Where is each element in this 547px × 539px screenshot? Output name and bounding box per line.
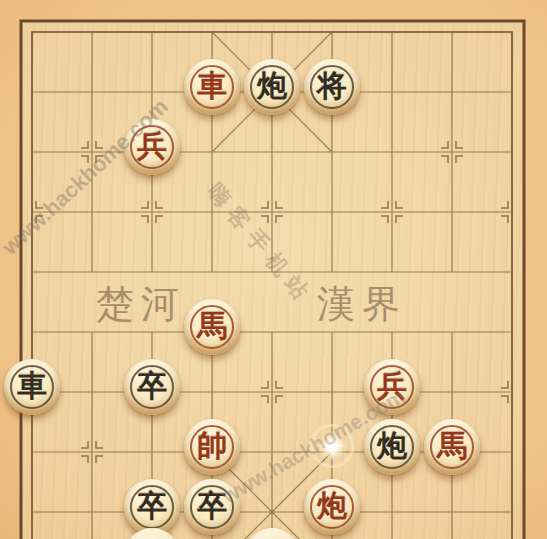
piece-glyph: 卒 xyxy=(137,491,167,523)
piece-glyph: 卒 xyxy=(137,371,167,403)
piece-black-soldier[interactable]: 卒 xyxy=(184,479,240,535)
river-label-left: 楚河 xyxy=(96,282,186,326)
piece-black-chariot[interactable]: 車 xyxy=(4,359,60,415)
piece-red-cannon[interactable]: 炮 xyxy=(304,479,360,535)
piece-black-soldier[interactable]: 卒 xyxy=(124,479,180,535)
piece-glyph: 帥 xyxy=(197,431,227,463)
piece-red-soldier[interactable]: 兵 xyxy=(124,119,180,175)
piece-glyph: 車 xyxy=(197,71,227,103)
piece-red-horse[interactable]: 馬 xyxy=(184,299,240,355)
piece-black-soldier[interactable]: 卒 xyxy=(124,359,180,415)
piece-red-soldier[interactable]: 兵 xyxy=(364,359,420,415)
piece-glyph: 炮 xyxy=(377,431,407,463)
piece-black-cannon[interactable]: 炮 xyxy=(244,59,300,115)
piece-glyph: 馬 xyxy=(197,311,227,343)
piece-glyph: 兵 xyxy=(137,131,167,163)
piece-glyph: 馬 xyxy=(437,431,467,463)
piece-glyph: 炮 xyxy=(257,71,287,103)
piece-glyph: 兵 xyxy=(377,371,407,403)
xiangqi-game-screenshot: 楚河 漢界 車 炮 将 兵 馬 車 卒 兵 帥 炮 馬 卒 卒 炮 www.ha… xyxy=(0,0,547,539)
piece-red-chariot[interactable]: 車 xyxy=(184,59,240,115)
piece-glyph: 将 xyxy=(317,71,347,103)
piece-glyph: 卒 xyxy=(197,491,227,523)
piece-red-general[interactable]: 帥 xyxy=(184,419,240,475)
piece-glyph: 炮 xyxy=(317,491,347,523)
river-label-right: 漢界 xyxy=(317,282,407,326)
piece-black-cannon[interactable]: 炮 xyxy=(364,419,420,475)
piece-glyph: 車 xyxy=(17,371,47,403)
piece-black-general[interactable]: 将 xyxy=(304,59,360,115)
piece-red-horse[interactable]: 馬 xyxy=(424,419,480,475)
